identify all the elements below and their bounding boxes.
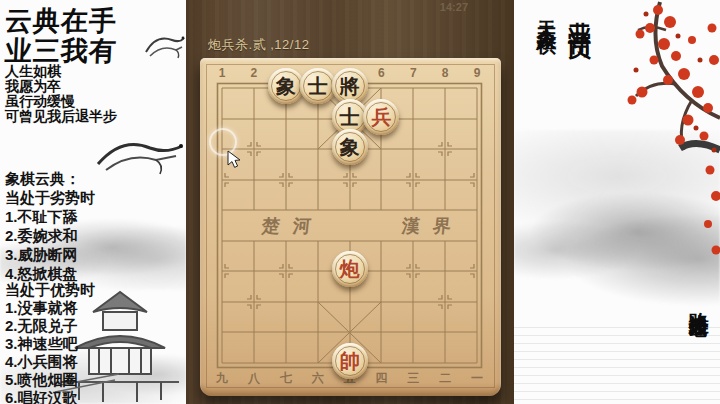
crane-icon: [92, 134, 186, 180]
piece-character: 帥: [340, 351, 360, 371]
piece-character: 將: [340, 76, 360, 96]
red-piece-兵[interactable]: 兵: [363, 99, 399, 135]
black-piece-象[interactable]: 象: [268, 68, 304, 104]
tips-header: 象棋云典：: [5, 169, 95, 188]
red-piece-帥[interactable]: 帥: [332, 343, 368, 379]
tips-items-1: 1.不耻下舔2.委婉求和3.威胁断网4.怒掀棋盘: [5, 207, 95, 283]
poem-line: 可曾见我后退半步: [5, 108, 117, 126]
tip-item: 5.喷他烟圈: [5, 371, 95, 389]
water-ripples: [514, 320, 720, 404]
piece-character: 炮: [340, 259, 360, 279]
tip-item: 2.委婉求和: [5, 226, 95, 245]
game-window: 炮兵杀.贰 ,12/12 14:27: [186, 0, 514, 404]
tip-item: 3.神速些吧: [5, 335, 95, 353]
red-piece-炮[interactable]: 炮: [332, 251, 368, 287]
caption-streamer-name: 路边摊老云: [686, 296, 713, 306]
tips-section-1: 象棋云典： 当处于劣势时 1.不耻下舔2.委婉求和3.威胁断网4.怒掀棋盘: [5, 169, 95, 283]
plum-blossom-illustration: [580, 0, 720, 280]
tips-section-2: 当处于优势时 1.没事就将2.无限兑子3.神速些吧4.小兵围将5.喷他烟圈6.唱…: [5, 281, 95, 404]
xiangqi-board[interactable]: 123456789 九八七六五四三二一 楚河 漢界 象士將士兵象炮帥: [200, 58, 501, 396]
ink-mountains-right: [514, 130, 720, 315]
tips-subtitle: 当处于劣势时: [5, 188, 95, 207]
tips-items-2: 1.没事就将2.无限兑子3.神速些吧4.小兵围将5.喷他烟圈6.唱好汉歌: [5, 299, 95, 404]
piece-character: 士: [340, 107, 360, 127]
tip-item: 3.威胁断网: [5, 245, 95, 264]
tip-item: 4.小兵围将: [5, 353, 95, 371]
tips-subtitle: 当处于优势时: [5, 281, 95, 299]
crane-icon: [142, 30, 186, 66]
left-overlay-panel: 云典在手 业三我有 人生如棋 我愿为卒 虽行动缓慢 可曾见我后退半步 象棋云典：…: [0, 0, 186, 404]
black-piece-士[interactable]: 士: [300, 68, 336, 104]
caption-headline: 业三守门员: [565, 3, 596, 23]
tip-item: 1.不耻下舔: [5, 207, 95, 226]
tip-item: 2.无限兑子: [5, 317, 95, 335]
piece-character: 象: [340, 137, 360, 157]
piece-character: 士: [308, 76, 328, 96]
piece-character: 兵: [371, 107, 391, 127]
mouse-cursor-icon: [227, 150, 241, 169]
piece-character: 象: [276, 76, 296, 96]
tip-item: 6.唱好汉歌: [5, 389, 95, 404]
clock: 14:27: [440, 1, 468, 13]
pieces-layer: 象士將士兵象炮帥: [200, 58, 501, 396]
puzzle-title: 炮兵杀.贰 ,12/12: [208, 36, 309, 54]
stream-frame: 云典在手 业三我有 人生如棋 我愿为卒 虽行动缓慢 可曾见我后退半步 象棋云典：…: [0, 0, 720, 404]
caption-app-name: 天天象棋: [534, 4, 561, 24]
right-overlay-panel: 牛: [514, 0, 720, 404]
tip-item: 1.没事就将: [5, 299, 95, 317]
black-piece-象[interactable]: 象: [332, 129, 368, 165]
